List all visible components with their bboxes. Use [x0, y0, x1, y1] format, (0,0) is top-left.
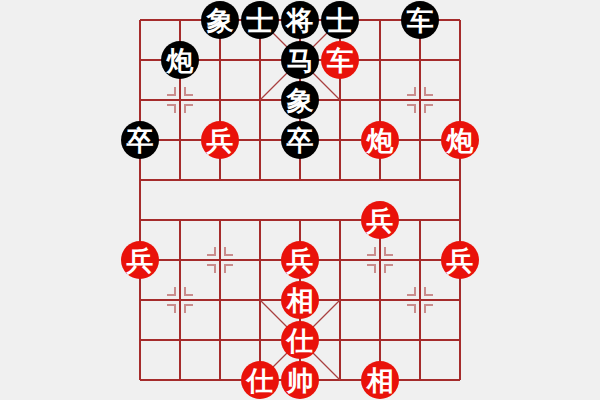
red-soldier[interactable]: 兵 [121, 241, 159, 279]
red-soldier[interactable]: 兵 [441, 241, 479, 279]
red-cannon[interactable]: 炮 [361, 121, 399, 159]
xiangqi-board: 象士将士车炮马车象卒兵卒炮炮兵兵兵兵相仕仕帅相 [140, 20, 460, 380]
black-advisor[interactable]: 士 [241, 1, 279, 39]
black-elephant[interactable]: 象 [281, 81, 319, 119]
red-chariot[interactable]: 车 [321, 41, 359, 79]
red-elephant[interactable]: 相 [361, 361, 399, 399]
red-general[interactable]: 帅 [281, 361, 319, 399]
red-soldier[interactable]: 兵 [281, 241, 319, 279]
black-soldier[interactable]: 卒 [281, 121, 319, 159]
red-soldier[interactable]: 兵 [201, 121, 239, 159]
red-soldier[interactable]: 兵 [361, 201, 399, 239]
red-advisor[interactable]: 仕 [281, 321, 319, 359]
black-chariot[interactable]: 车 [401, 1, 439, 39]
red-advisor[interactable]: 仕 [241, 361, 279, 399]
xiangqi-board-screenshot: 象士将士车炮马车象卒兵卒炮炮兵兵兵兵相仕仕帅相 [0, 0, 600, 400]
black-general[interactable]: 将 [281, 1, 319, 39]
black-elephant[interactable]: 象 [201, 1, 239, 39]
black-cannon[interactable]: 炮 [161, 41, 199, 79]
pieces-layer: 象士将士车炮马车象卒兵卒炮炮兵兵兵兵相仕仕帅相 [120, 0, 480, 400]
black-horse[interactable]: 马 [281, 41, 319, 79]
black-advisor[interactable]: 士 [321, 1, 359, 39]
red-elephant[interactable]: 相 [281, 281, 319, 319]
black-soldier[interactable]: 卒 [121, 121, 159, 159]
red-cannon[interactable]: 炮 [441, 121, 479, 159]
